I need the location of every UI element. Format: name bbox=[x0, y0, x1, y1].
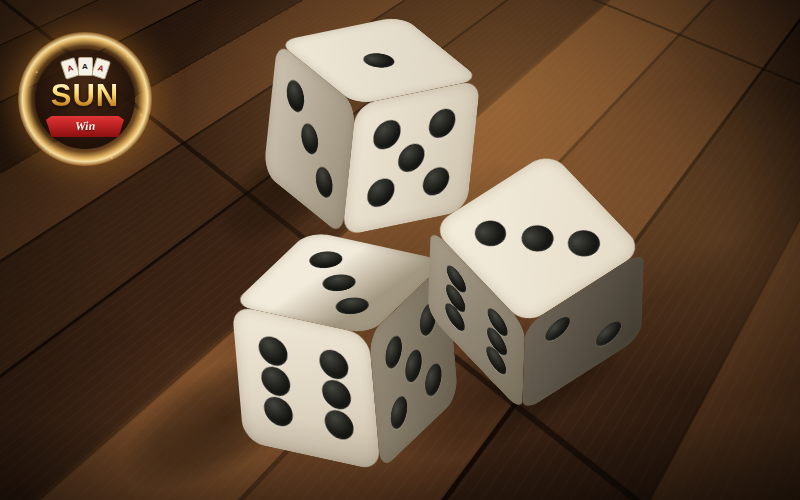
pip bbox=[421, 165, 450, 198]
sunwin-logo: A A A SUN Win bbox=[26, 40, 144, 158]
die-1 bbox=[298, 52, 446, 200]
pip bbox=[258, 334, 289, 369]
pip bbox=[397, 141, 426, 174]
pip bbox=[468, 215, 513, 252]
die-3 bbox=[460, 206, 612, 358]
die-2-cube bbox=[270, 268, 419, 434]
die-1-cube bbox=[303, 48, 441, 205]
pip bbox=[316, 272, 361, 294]
pip bbox=[390, 390, 409, 434]
pip bbox=[300, 118, 319, 159]
pip bbox=[515, 220, 560, 257]
logo-playing-cards-icon: A A A bbox=[26, 57, 144, 76]
pip bbox=[372, 118, 401, 151]
pip bbox=[562, 225, 607, 262]
ace-card-icon: A bbox=[78, 57, 93, 76]
logo-brand-text: SUN bbox=[26, 78, 144, 114]
pip bbox=[318, 347, 349, 382]
pip bbox=[424, 358, 443, 402]
pip bbox=[404, 344, 423, 388]
pip bbox=[303, 249, 348, 271]
scene: A A A SUN Win bbox=[0, 0, 800, 500]
die-2 bbox=[266, 272, 424, 430]
pip bbox=[286, 76, 305, 117]
logo-tagline-text: Win bbox=[75, 119, 96, 135]
pip bbox=[596, 317, 622, 351]
logo-ribbon: Win bbox=[46, 116, 124, 137]
pip bbox=[384, 330, 403, 374]
pip bbox=[366, 176, 395, 209]
pip bbox=[314, 161, 333, 202]
die-3-cube bbox=[475, 200, 597, 363]
pip bbox=[358, 51, 401, 70]
pip bbox=[427, 107, 456, 140]
